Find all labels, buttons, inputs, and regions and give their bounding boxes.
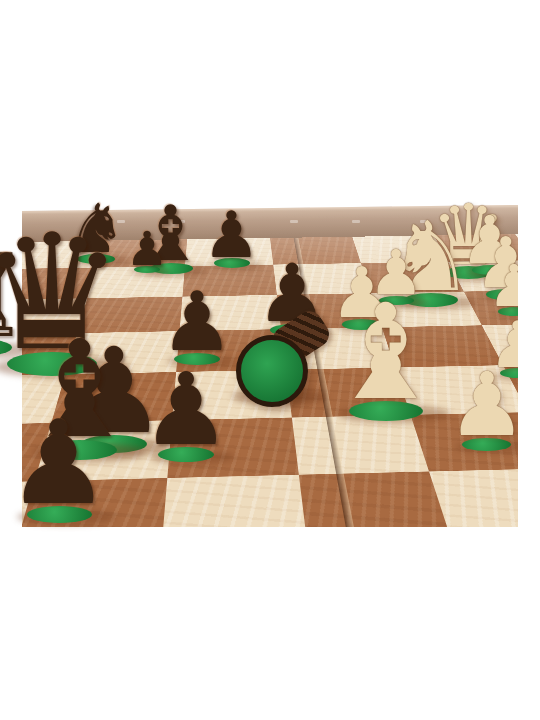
white-pawn-glyph: ♟	[479, 257, 518, 315]
black-pawn-glyph: ♟	[126, 360, 246, 460]
chess-set-photo: ♜♛♞♟♝♟♟♝♟♟♟♟♞♛♟♟♟♟♝♟♟♟	[0, 0, 540, 720]
black-pawn-glyph: ♟	[0, 405, 128, 521]
black-pawn: ♟	[126, 354, 246, 462]
product-photo-page: ♜♛♞♟♝♟♟♝♟♟♟♟♞♛♟♟♟♟♝♟♟♟	[0, 0, 540, 720]
black-pawn: ♟	[0, 398, 128, 523]
white-pawn: ♟	[434, 356, 518, 451]
white-pawn-glyph: ♟	[434, 361, 518, 449]
pieces-layer: ♜♛♞♟♝♟♟♝♟♟♟♟♞♛♟♟♟♟♝♟♟♟	[0, 0, 518, 720]
fallen-piece-green-felt	[236, 335, 308, 407]
white-pawn-partial: ♟	[479, 253, 518, 316]
